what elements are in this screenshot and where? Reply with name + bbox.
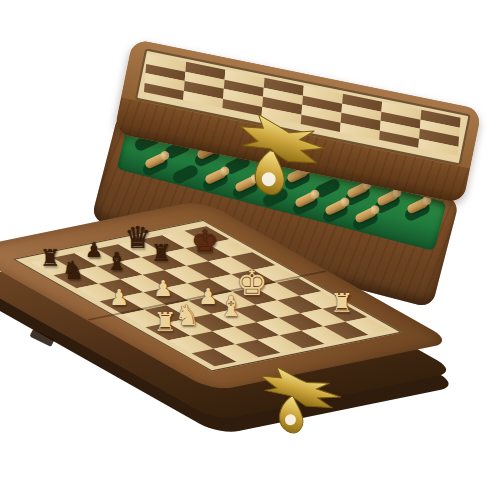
piece-slot-shadow: [171, 163, 200, 185]
product-photo: ♜♟♛♞♝♜♚♟♟♟♚♜♞♝♜: [0, 0, 500, 500]
